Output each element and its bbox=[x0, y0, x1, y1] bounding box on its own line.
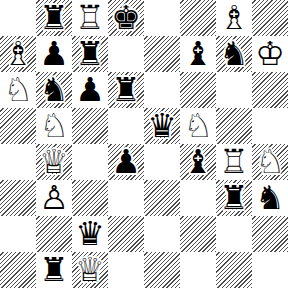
piece-glyph: ♛ bbox=[144, 108, 180, 144]
square-c1[interactable]: ♛♕ bbox=[72, 252, 108, 288]
square-d5[interactable] bbox=[108, 108, 144, 144]
square-e2[interactable] bbox=[144, 216, 180, 252]
black-bishop-icon: ♝♝ bbox=[180, 144, 216, 180]
piece-glyph: ♗ bbox=[216, 0, 252, 36]
square-a8[interactable] bbox=[0, 0, 36, 36]
black-rook-icon: ♜♜ bbox=[108, 72, 144, 108]
piece-glyph: ♜ bbox=[36, 0, 72, 36]
square-c6[interactable]: ♟♟ bbox=[72, 72, 108, 108]
square-b6[interactable]: ♞♞ bbox=[36, 72, 72, 108]
square-e5[interactable]: ♛♛ bbox=[144, 108, 180, 144]
black-rook-icon: ♜♜ bbox=[36, 252, 72, 288]
piece-glyph: ♟ bbox=[36, 36, 72, 72]
white-rook-icon: ♜♖ bbox=[216, 144, 252, 180]
piece-glyph: ♝ bbox=[180, 144, 216, 180]
piece-glyph: ♘ bbox=[252, 144, 288, 180]
square-e6[interactable] bbox=[144, 72, 180, 108]
white-king-icon: ♚♔ bbox=[252, 36, 288, 72]
black-pawn-icon: ♟♟ bbox=[108, 144, 144, 180]
black-knight-icon: ♞♞ bbox=[216, 36, 252, 72]
square-g5[interactable] bbox=[216, 108, 252, 144]
white-bishop-icon: ♝♗ bbox=[216, 0, 252, 36]
white-bishop-icon: ♝♗ bbox=[0, 36, 36, 72]
square-a6[interactable]: ♞♘ bbox=[0, 72, 36, 108]
square-b5[interactable]: ♞♘ bbox=[36, 108, 72, 144]
square-f1[interactable] bbox=[180, 252, 216, 288]
square-g7[interactable]: ♞♞ bbox=[216, 36, 252, 72]
square-h3[interactable]: ♞♞ bbox=[252, 180, 288, 216]
square-c2[interactable]: ♛♛ bbox=[72, 216, 108, 252]
square-a2[interactable] bbox=[0, 216, 36, 252]
piece-glyph: ♜ bbox=[72, 36, 108, 72]
square-a1[interactable] bbox=[0, 252, 36, 288]
black-king-icon: ♚♚ bbox=[108, 0, 144, 36]
piece-glyph: ♛ bbox=[72, 216, 108, 252]
square-g8[interactable]: ♝♗ bbox=[216, 0, 252, 36]
white-queen-icon: ♛♕ bbox=[72, 252, 108, 288]
square-b1[interactable]: ♜♜ bbox=[36, 252, 72, 288]
black-pawn-icon: ♟♟ bbox=[36, 36, 72, 72]
square-h7[interactable]: ♚♔ bbox=[252, 36, 288, 72]
piece-glyph: ♖ bbox=[72, 0, 108, 36]
piece-glyph: ♟ bbox=[72, 72, 108, 108]
piece-glyph: ♚ bbox=[108, 0, 144, 36]
square-c5[interactable] bbox=[72, 108, 108, 144]
piece-glyph: ♘ bbox=[180, 108, 216, 144]
piece-glyph: ♕ bbox=[72, 252, 108, 288]
square-d6[interactable]: ♜♜ bbox=[108, 72, 144, 108]
piece-glyph: ♖ bbox=[216, 144, 252, 180]
black-rook-icon: ♜♜ bbox=[36, 0, 72, 36]
black-queen-icon: ♛♛ bbox=[144, 108, 180, 144]
white-knight-icon: ♞♘ bbox=[180, 108, 216, 144]
square-d2[interactable] bbox=[108, 216, 144, 252]
piece-glyph: ♗ bbox=[0, 36, 36, 72]
black-queen-icon: ♛♛ bbox=[72, 216, 108, 252]
square-d8[interactable]: ♚♚ bbox=[108, 0, 144, 36]
piece-glyph: ♞ bbox=[216, 36, 252, 72]
black-bishop-icon: ♝♝ bbox=[180, 36, 216, 72]
square-e7[interactable] bbox=[144, 36, 180, 72]
square-f7[interactable]: ♝♝ bbox=[180, 36, 216, 72]
square-f4[interactable]: ♝♝ bbox=[180, 144, 216, 180]
square-d3[interactable] bbox=[108, 180, 144, 216]
square-a5[interactable] bbox=[0, 108, 36, 144]
piece-glyph: ♜ bbox=[108, 72, 144, 108]
square-e8[interactable] bbox=[144, 0, 180, 36]
square-f5[interactable]: ♞♘ bbox=[180, 108, 216, 144]
square-h2[interactable] bbox=[252, 216, 288, 252]
square-e1[interactable] bbox=[144, 252, 180, 288]
square-g4[interactable]: ♜♖ bbox=[216, 144, 252, 180]
black-rook-icon: ♜♜ bbox=[72, 36, 108, 72]
black-knight-icon: ♞♞ bbox=[252, 180, 288, 216]
square-f2[interactable] bbox=[180, 216, 216, 252]
white-knight-icon: ♞♘ bbox=[36, 108, 72, 144]
piece-glyph: ♙ bbox=[36, 180, 72, 216]
square-g1[interactable] bbox=[216, 252, 252, 288]
chess-board: ♜♜♜♖♚♚♝♗♝♗♟♟♜♜♝♝♞♞♚♔♞♘♞♞♟♟♜♜♞♘♛♛♞♘♛♕♟♟♝♝… bbox=[0, 0, 288, 288]
square-c8[interactable]: ♜♖ bbox=[72, 0, 108, 36]
piece-glyph: ♞ bbox=[252, 180, 288, 216]
black-pawn-icon: ♟♟ bbox=[72, 72, 108, 108]
square-e4[interactable] bbox=[144, 144, 180, 180]
square-g3[interactable]: ♜♜ bbox=[216, 180, 252, 216]
white-knight-icon: ♞♘ bbox=[252, 144, 288, 180]
square-h1[interactable] bbox=[252, 252, 288, 288]
square-b8[interactable]: ♜♜ bbox=[36, 0, 72, 36]
square-b2[interactable] bbox=[36, 216, 72, 252]
white-queen-icon: ♛♕ bbox=[36, 144, 72, 180]
square-a3[interactable] bbox=[0, 180, 36, 216]
square-c7[interactable]: ♜♜ bbox=[72, 36, 108, 72]
piece-glyph: ♟ bbox=[108, 144, 144, 180]
white-pawn-icon: ♟♙ bbox=[36, 180, 72, 216]
square-h4[interactable]: ♞♘ bbox=[252, 144, 288, 180]
piece-glyph: ♞ bbox=[36, 72, 72, 108]
square-b4[interactable]: ♛♕ bbox=[36, 144, 72, 180]
square-h8[interactable] bbox=[252, 0, 288, 36]
piece-glyph: ♜ bbox=[36, 252, 72, 288]
square-g6[interactable] bbox=[216, 72, 252, 108]
piece-glyph: ♘ bbox=[0, 72, 36, 108]
white-knight-icon: ♞♘ bbox=[0, 72, 36, 108]
square-f8[interactable] bbox=[180, 0, 216, 36]
piece-glyph: ♝ bbox=[180, 36, 216, 72]
square-c4[interactable] bbox=[72, 144, 108, 180]
square-a4[interactable] bbox=[0, 144, 36, 180]
square-h5[interactable] bbox=[252, 108, 288, 144]
square-b3[interactable]: ♟♙ bbox=[36, 180, 72, 216]
square-d4[interactable]: ♟♟ bbox=[108, 144, 144, 180]
piece-glyph: ♕ bbox=[36, 144, 72, 180]
black-rook-icon: ♜♜ bbox=[216, 180, 252, 216]
square-c3[interactable] bbox=[72, 180, 108, 216]
piece-glyph: ♔ bbox=[252, 36, 288, 72]
square-d7[interactable] bbox=[108, 36, 144, 72]
piece-glyph: ♘ bbox=[36, 108, 72, 144]
square-f3[interactable] bbox=[180, 180, 216, 216]
square-g2[interactable] bbox=[216, 216, 252, 252]
square-d1[interactable] bbox=[108, 252, 144, 288]
square-b7[interactable]: ♟♟ bbox=[36, 36, 72, 72]
square-h6[interactable] bbox=[252, 72, 288, 108]
black-knight-icon: ♞♞ bbox=[36, 72, 72, 108]
piece-glyph: ♜ bbox=[216, 180, 252, 216]
white-rook-icon: ♜♖ bbox=[72, 0, 108, 36]
square-f6[interactable] bbox=[180, 72, 216, 108]
square-e3[interactable] bbox=[144, 180, 180, 216]
square-a7[interactable]: ♝♗ bbox=[0, 36, 36, 72]
